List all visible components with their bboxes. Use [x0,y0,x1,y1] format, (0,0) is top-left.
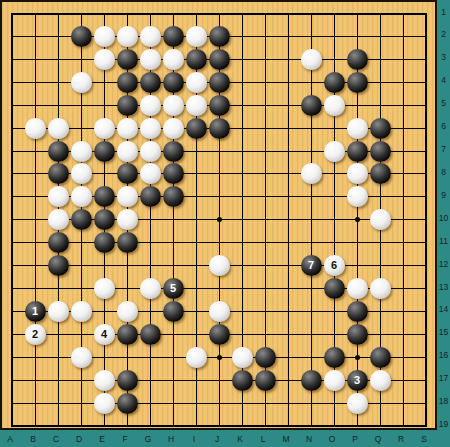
stone-black-Q7 [370,141,391,162]
stone-white-P8 [347,163,368,184]
row-label-1: 1 [437,8,450,17]
row-label-11: 11 [437,237,450,246]
stone-black-P7 [347,141,368,162]
stone-black-N17 [301,370,322,391]
col-label-C: C [49,435,63,444]
stone-black-F5 [117,95,138,116]
stone-white-E13 [94,278,115,299]
stone-black-O4 [324,72,345,93]
stone-black-H4 [163,72,184,93]
stone-black-J15 [209,324,230,345]
stone-white-C9 [48,186,69,207]
stone-black-C8 [48,163,69,184]
col-label-P: P [348,435,362,444]
stone-white-G3 [140,49,161,70]
stone-white-F7 [117,141,138,162]
stone-black-O16 [324,347,345,368]
stone-black-H13: 5 [163,278,184,299]
stone-black-E9 [94,186,115,207]
stone-black-F4 [117,72,138,93]
move-number-label: 1 [32,306,38,317]
star-point [217,355,222,360]
row-coordinate-strip: 12345678910111213141516171819 [437,0,450,447]
grid-line [11,242,427,243]
stone-white-O12: 6 [324,255,345,276]
stone-white-G6 [140,118,161,139]
stone-white-E2 [94,26,115,47]
stone-black-P4 [347,72,368,93]
stone-white-G8 [140,163,161,184]
move-number-label: 6 [331,260,337,271]
stone-black-Q6 [370,118,391,139]
stone-white-D16 [71,347,92,368]
col-label-K: K [233,435,247,444]
stone-white-C14 [48,301,69,322]
stone-white-K16 [232,347,253,368]
stone-black-C7 [48,141,69,162]
stone-black-F18 [117,393,138,414]
row-label-5: 5 [437,99,450,108]
row-label-15: 15 [437,328,450,337]
stone-white-E3 [94,49,115,70]
col-label-E: E [95,435,109,444]
stone-white-G7 [140,141,161,162]
stone-black-F11 [117,232,138,253]
stone-black-E11 [94,232,115,253]
row-label-14: 14 [437,305,450,314]
row-label-13: 13 [437,283,450,292]
col-label-B: B [26,435,40,444]
go-app-window: 7651243 12345678910111213141516171819 AB… [0,0,450,447]
stone-black-J4 [209,72,230,93]
stone-black-D2 [71,26,92,47]
col-label-D: D [72,435,86,444]
stone-black-H2 [163,26,184,47]
stone-black-N12: 7 [301,255,322,276]
row-label-17: 17 [437,374,450,383]
stone-white-F6 [117,118,138,139]
grid-line [311,13,312,428]
stone-white-E15: 4 [94,324,115,345]
stone-white-E17 [94,370,115,391]
stone-white-B15: 2 [25,324,46,345]
stone-white-P9 [347,186,368,207]
move-number-label: 2 [32,329,38,340]
stone-black-F8 [117,163,138,184]
stone-black-I3 [186,49,207,70]
stone-black-B14: 1 [25,301,46,322]
stone-black-G4 [140,72,161,93]
stone-white-E6 [94,118,115,139]
col-label-R: R [394,435,408,444]
stone-white-D9 [71,186,92,207]
stone-white-P13 [347,278,368,299]
stone-white-C10 [48,209,69,230]
stone-white-P6 [347,118,368,139]
stone-white-G13 [140,278,161,299]
stone-white-N8 [301,163,322,184]
stone-black-J2 [209,26,230,47]
row-label-19: 19 [437,420,450,429]
stone-black-E10 [94,209,115,230]
move-number-label: 4 [101,329,107,340]
col-label-N: N [302,435,316,444]
col-label-O: O [325,435,339,444]
row-label-12: 12 [437,260,450,269]
stone-black-G15 [140,324,161,345]
stone-black-D10 [71,209,92,230]
stone-white-P18 [347,393,368,414]
stone-white-J12 [209,255,230,276]
stone-white-I2 [186,26,207,47]
stone-white-Q13 [370,278,391,299]
stone-white-I4 [186,72,207,93]
stone-black-Q16 [370,347,391,368]
stone-black-P15 [347,324,368,345]
col-label-M: M [279,435,293,444]
stone-black-P14 [347,301,368,322]
row-label-3: 3 [437,53,450,62]
row-label-18: 18 [437,397,450,406]
stone-white-F10 [117,209,138,230]
row-label-4: 4 [437,76,450,85]
grid-line [288,13,289,428]
col-label-A: A [3,435,17,444]
stone-white-Q10 [370,209,391,230]
go-board[interactable]: 7651243 [0,0,437,430]
stone-white-F14 [117,301,138,322]
stone-white-H6 [163,118,184,139]
stone-white-H3 [163,49,184,70]
stone-white-O5 [324,95,345,116]
col-label-J: J [210,435,224,444]
row-label-9: 9 [437,191,450,200]
stone-white-F9 [117,186,138,207]
col-label-H: H [164,435,178,444]
col-label-G: G [141,435,155,444]
star-point [355,355,360,360]
stone-black-N5 [301,95,322,116]
stone-white-F2 [117,26,138,47]
stone-black-G9 [140,186,161,207]
stone-white-O7 [324,141,345,162]
move-number-label: 7 [308,260,314,271]
col-label-Q: Q [371,435,385,444]
stone-black-L16 [255,347,276,368]
stone-black-J3 [209,49,230,70]
col-label-F: F [118,435,132,444]
stone-black-Q8 [370,163,391,184]
stone-white-C6 [48,118,69,139]
stone-black-H14 [163,301,184,322]
stone-black-H9 [163,186,184,207]
stone-white-D7 [71,141,92,162]
star-point [217,217,222,222]
stone-black-J6 [209,118,230,139]
grid-line [11,425,427,427]
stone-black-C11 [48,232,69,253]
stone-black-K17 [232,370,253,391]
stone-black-F15 [117,324,138,345]
move-number-label: 5 [170,283,176,294]
row-label-7: 7 [437,145,450,154]
stone-black-I6 [186,118,207,139]
stone-black-O13 [324,278,345,299]
row-label-2: 2 [437,30,450,39]
stone-black-J5 [209,95,230,116]
row-label-10: 10 [437,214,450,223]
stone-white-B6 [25,118,46,139]
stone-white-I5 [186,95,207,116]
stone-white-H5 [163,95,184,116]
stone-white-G2 [140,26,161,47]
stone-black-P3 [347,49,368,70]
column-coordinate-strip: ABCDEFGHIJKLMNOPQRS [0,430,437,447]
stone-white-D4 [71,72,92,93]
stone-white-N3 [301,49,322,70]
grid-line [425,13,427,428]
row-label-16: 16 [437,351,450,360]
stone-black-L17 [255,370,276,391]
stone-black-E7 [94,141,115,162]
stone-white-E18 [94,393,115,414]
stone-white-D8 [71,163,92,184]
col-label-I: I [187,435,201,444]
col-label-S: S [417,435,431,444]
move-number-label: 3 [354,375,360,386]
stone-white-O17 [324,370,345,391]
col-label-L: L [256,435,270,444]
stone-black-F17 [117,370,138,391]
row-label-6: 6 [437,122,450,131]
grid-line [403,13,404,428]
star-point [355,217,360,222]
stone-black-F3 [117,49,138,70]
stone-black-H7 [163,141,184,162]
stone-white-I16 [186,347,207,368]
stone-white-J14 [209,301,230,322]
stone-black-H8 [163,163,184,184]
stone-black-C12 [48,255,69,276]
stone-white-D14 [71,301,92,322]
stone-white-Q17 [370,370,391,391]
stone-black-P17: 3 [347,370,368,391]
row-label-8: 8 [437,168,450,177]
stone-white-G5 [140,95,161,116]
